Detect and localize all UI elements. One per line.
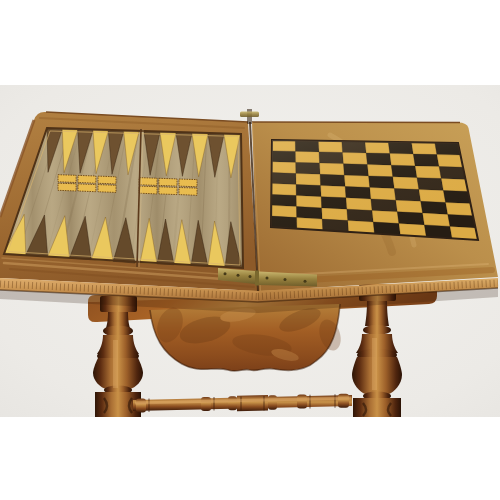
chess-board-leaf [252, 122, 498, 291]
inlay-tile [78, 175, 96, 183]
inlay-tile [58, 183, 76, 191]
inlay-tile [78, 184, 96, 192]
inlay-tile [159, 178, 177, 186]
screenshot-root [0, 0, 500, 500]
inlay-tile [159, 187, 177, 195]
backgammon-board-leaf [0, 112, 258, 291]
inlay-tile [98, 185, 116, 193]
chess-field-sheen [271, 140, 478, 240]
inlay-tile [179, 179, 197, 187]
inlay-tile [98, 176, 116, 184]
games-table-photo [0, 0, 500, 500]
leaf-far-edge [252, 122, 460, 123]
leg-highlight [372, 338, 377, 390]
leg-highlight [113, 340, 118, 388]
inlay-tile [179, 188, 197, 196]
hinge-knuckle [255, 271, 259, 286]
inlay-tile [58, 175, 76, 183]
